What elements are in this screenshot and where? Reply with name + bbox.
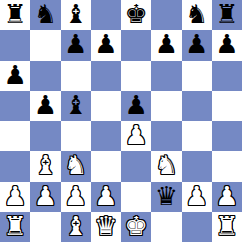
black-bishop[interactable]: ♝	[64, 1, 87, 27]
square-c5[interactable]: ♝	[61, 91, 91, 121]
black-pawn[interactable]: ♟	[94, 31, 117, 57]
square-f8[interactable]	[151, 0, 181, 30]
square-a8[interactable]: ♜	[0, 0, 30, 30]
square-a2[interactable]: ♟	[0, 182, 30, 212]
square-e3[interactable]	[121, 151, 151, 181]
square-h3[interactable]	[212, 151, 242, 181]
black-pawn[interactable]: ♟	[215, 31, 238, 57]
black-rook[interactable]: ♜	[215, 1, 238, 27]
white-pawn[interactable]: ♟	[185, 183, 208, 209]
square-e2[interactable]	[121, 182, 151, 212]
square-b3[interactable]: ♝	[30, 151, 60, 181]
square-h6[interactable]	[212, 61, 242, 91]
white-rook[interactable]: ♜	[3, 213, 26, 239]
square-g7[interactable]: ♟	[182, 30, 212, 60]
square-h4[interactable]	[212, 121, 242, 151]
white-bishop[interactable]: ♝	[34, 152, 57, 178]
square-f1[interactable]	[151, 212, 181, 242]
white-rook[interactable]: ♜	[215, 213, 238, 239]
square-b8[interactable]: ♞	[30, 0, 60, 30]
square-b7[interactable]	[30, 30, 60, 60]
square-d6[interactable]	[91, 61, 121, 91]
square-d7[interactable]: ♟	[91, 30, 121, 60]
white-pawn[interactable]: ♟	[34, 183, 57, 209]
white-bishop[interactable]: ♝	[64, 213, 87, 239]
square-f5[interactable]	[151, 91, 181, 121]
square-c8[interactable]: ♝	[61, 0, 91, 30]
black-pawn[interactable]: ♟	[124, 92, 147, 118]
square-f3[interactable]: ♞	[151, 151, 181, 181]
white-queen[interactable]: ♛	[94, 213, 117, 239]
square-c2[interactable]: ♟	[61, 182, 91, 212]
white-knight[interactable]: ♞	[155, 152, 178, 178]
black-king[interactable]: ♚	[124, 1, 147, 27]
square-f6[interactable]	[151, 61, 181, 91]
square-b5[interactable]: ♟	[30, 91, 60, 121]
square-a4[interactable]	[0, 121, 30, 151]
square-g3[interactable]	[182, 151, 212, 181]
black-knight[interactable]: ♞	[185, 1, 208, 27]
square-e5[interactable]: ♟	[121, 91, 151, 121]
square-c3[interactable]: ♞	[61, 151, 91, 181]
black-queen[interactable]: ♛	[155, 183, 178, 209]
white-pawn[interactable]: ♟	[64, 183, 87, 209]
black-pawn[interactable]: ♟	[155, 31, 178, 57]
square-h1[interactable]: ♜	[212, 212, 242, 242]
square-b2[interactable]: ♟	[30, 182, 60, 212]
square-g6[interactable]	[182, 61, 212, 91]
square-h7[interactable]: ♟	[212, 30, 242, 60]
square-d1[interactable]: ♛	[91, 212, 121, 242]
black-pawn[interactable]: ♟	[185, 31, 208, 57]
square-f7[interactable]: ♟	[151, 30, 181, 60]
square-g5[interactable]	[182, 91, 212, 121]
square-g8[interactable]: ♞	[182, 0, 212, 30]
square-h2[interactable]: ♟	[212, 182, 242, 212]
square-e7[interactable]	[121, 30, 151, 60]
square-a6[interactable]: ♟	[0, 61, 30, 91]
square-e1[interactable]: ♚	[121, 212, 151, 242]
square-b1[interactable]	[30, 212, 60, 242]
white-pawn[interactable]: ♟	[3, 183, 26, 209]
black-rook[interactable]: ♜	[3, 1, 26, 27]
white-knight[interactable]: ♞	[64, 152, 87, 178]
square-h8[interactable]: ♜	[212, 0, 242, 30]
square-d2[interactable]: ♟	[91, 182, 121, 212]
square-f4[interactable]	[151, 121, 181, 151]
square-a1[interactable]: ♜	[0, 212, 30, 242]
square-d3[interactable]	[91, 151, 121, 181]
square-e4[interactable]: ♟	[121, 121, 151, 151]
white-pawn[interactable]: ♟	[215, 183, 238, 209]
square-d4[interactable]	[91, 121, 121, 151]
square-h5[interactable]	[212, 91, 242, 121]
square-c7[interactable]: ♟	[61, 30, 91, 60]
square-a5[interactable]	[0, 91, 30, 121]
white-pawn[interactable]: ♟	[124, 122, 147, 148]
black-bishop[interactable]: ♝	[64, 92, 87, 118]
black-pawn[interactable]: ♟	[3, 62, 26, 88]
square-d5[interactable]	[91, 91, 121, 121]
square-f2[interactable]: ♛	[151, 182, 181, 212]
white-pawn[interactable]: ♟	[94, 183, 117, 209]
white-king[interactable]: ♚	[124, 213, 147, 239]
square-g1[interactable]	[182, 212, 212, 242]
black-pawn[interactable]: ♟	[34, 92, 57, 118]
square-b4[interactable]	[30, 121, 60, 151]
chess-board: ♜♞♝♚♞♜♟♟♟♟♟♟♟♝♟♟♝♞♞♟♟♟♟♛♟♟♜♝♛♚♜	[0, 0, 242, 242]
black-pawn[interactable]: ♟	[64, 31, 87, 57]
square-c6[interactable]	[61, 61, 91, 91]
square-c4[interactable]	[61, 121, 91, 151]
square-d8[interactable]	[91, 0, 121, 30]
square-c1[interactable]: ♝	[61, 212, 91, 242]
square-g4[interactable]	[182, 121, 212, 151]
black-knight[interactable]: ♞	[34, 1, 57, 27]
square-e8[interactable]: ♚	[121, 0, 151, 30]
square-g2[interactable]: ♟	[182, 182, 212, 212]
square-b6[interactable]	[30, 61, 60, 91]
square-a3[interactable]	[0, 151, 30, 181]
square-a7[interactable]	[0, 30, 30, 60]
square-e6[interactable]	[121, 61, 151, 91]
